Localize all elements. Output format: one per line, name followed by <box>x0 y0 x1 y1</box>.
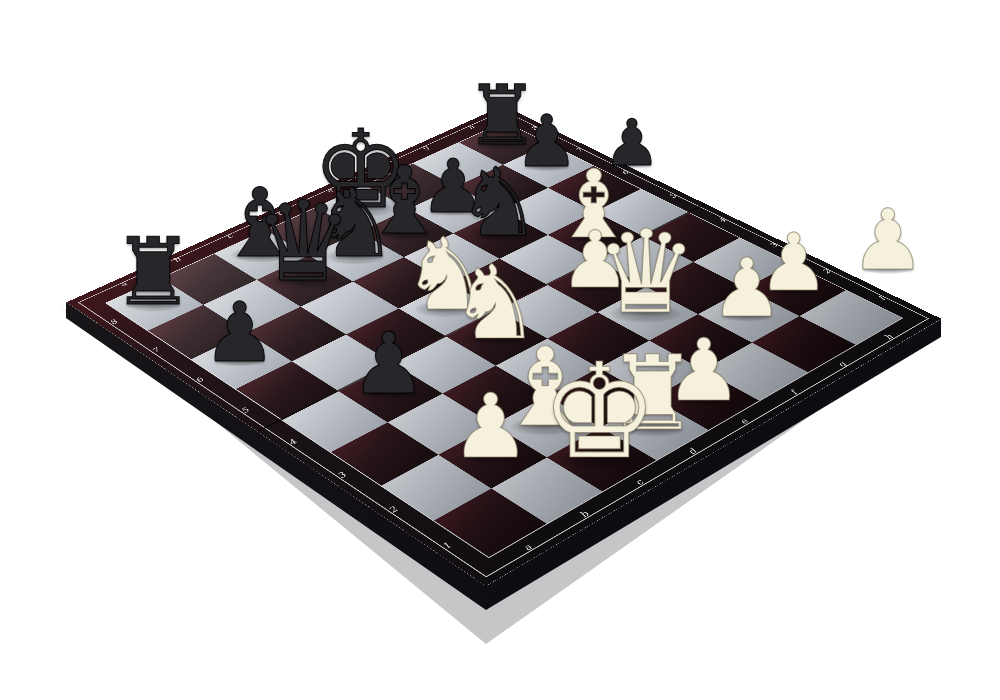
file-label-far-g: g <box>414 143 435 153</box>
file-label-far-b: b <box>166 254 188 266</box>
file-label-near-g: g <box>830 358 854 371</box>
file-label-near-d: d <box>679 444 704 459</box>
file-label-near-c: c <box>626 475 652 490</box>
file-label-far-d: d <box>269 208 291 219</box>
file-label-far-f: f <box>367 164 388 174</box>
chess-set-photo: 1122334455667788aabbccddeeffgghh ♜♝♚♜♛♞♝… <box>0 0 1000 700</box>
file-label-near-b: b <box>571 507 597 523</box>
file-label-far-c: c <box>218 231 240 242</box>
chessboard: 1122334455667788aabbccddeeffgghh <box>67 106 942 586</box>
file-label-near-e: e <box>731 414 756 428</box>
rank-label-left-3: 3 <box>329 468 355 483</box>
offboard-piece-white-pawn-shadow <box>862 261 914 274</box>
rank-label-left-4: 4 <box>280 435 305 449</box>
rank-label-left-5: 5 <box>233 404 258 418</box>
file-label-far-h: h <box>460 122 481 132</box>
rank-label-left-6: 6 <box>187 373 211 386</box>
file-label-near-h: h <box>877 331 901 344</box>
rank-label-left-8: 8 <box>102 316 125 328</box>
rank-label-left-1: 1 <box>433 538 460 554</box>
file-label-near-f: f <box>781 386 806 400</box>
file-label-far-a: a <box>112 278 135 290</box>
file-label-near-a: a <box>514 539 541 555</box>
rank-label-left-2: 2 <box>380 502 406 518</box>
board-grid <box>105 121 903 558</box>
offboard-piece-white-pawn: ♟ <box>850 191 925 289</box>
file-label-far-e: e <box>319 186 340 197</box>
rank-label-left-7: 7 <box>144 344 168 357</box>
